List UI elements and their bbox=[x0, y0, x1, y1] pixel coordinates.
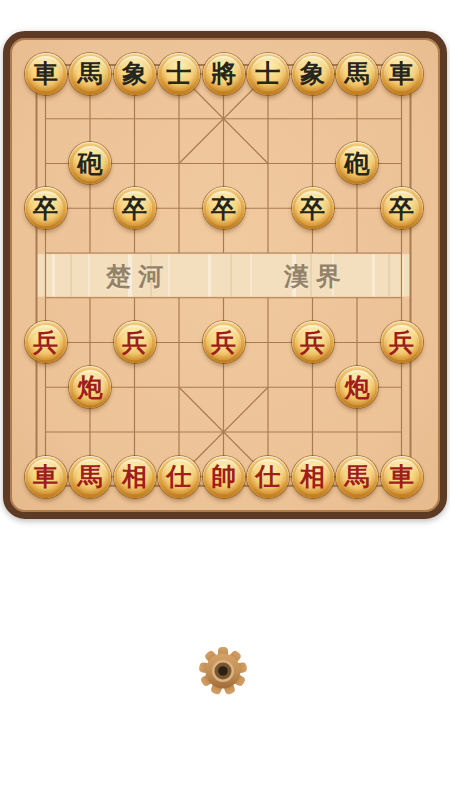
xiangqi-board[interactable]: 楚河 漢界 車馬象士將士象馬車砲砲卒卒卒卒卒兵兵兵兵兵炮炮車馬相仕帥仕相馬車 bbox=[3, 31, 447, 519]
piece-glyph: 象 bbox=[300, 61, 325, 86]
piece-red-chariot[interactable]: 車 bbox=[381, 456, 423, 498]
piece-glyph: 帥 bbox=[211, 464, 236, 489]
piece-black-soldier[interactable]: 卒 bbox=[381, 187, 423, 229]
piece-black-elephant[interactable]: 象 bbox=[292, 53, 334, 95]
piece-black-horse[interactable]: 馬 bbox=[69, 53, 111, 95]
piece-glyph: 砲 bbox=[78, 151, 103, 176]
piece-glyph: 士 bbox=[256, 61, 281, 86]
piece-black-soldier[interactable]: 卒 bbox=[203, 187, 245, 229]
piece-red-elephant[interactable]: 相 bbox=[292, 456, 334, 498]
piece-black-soldier[interactable]: 卒 bbox=[25, 187, 67, 229]
piece-black-soldier[interactable]: 卒 bbox=[114, 187, 156, 229]
piece-black-horse[interactable]: 馬 bbox=[336, 53, 378, 95]
piece-black-general[interactable]: 將 bbox=[203, 53, 245, 95]
piece-black-chariot[interactable]: 車 bbox=[381, 53, 423, 95]
piece-red-general[interactable]: 帥 bbox=[203, 456, 245, 498]
piece-glyph: 車 bbox=[389, 61, 414, 86]
piece-glyph: 相 bbox=[122, 464, 147, 489]
app-background: { "game": "Xiangqi (Chinese Chess)", "po… bbox=[0, 0, 450, 800]
piece-red-horse[interactable]: 馬 bbox=[69, 456, 111, 498]
piece-glyph: 車 bbox=[33, 61, 58, 86]
piece-glyph: 兵 bbox=[122, 330, 147, 355]
piece-black-advisor[interactable]: 士 bbox=[158, 53, 200, 95]
piece-glyph: 兵 bbox=[211, 330, 236, 355]
piece-red-chariot[interactable]: 車 bbox=[25, 456, 67, 498]
piece-black-cannon[interactable]: 砲 bbox=[336, 142, 378, 184]
piece-black-elephant[interactable]: 象 bbox=[114, 53, 156, 95]
piece-red-cannon[interactable]: 炮 bbox=[336, 366, 378, 408]
piece-red-advisor[interactable]: 仕 bbox=[158, 456, 200, 498]
piece-glyph: 卒 bbox=[211, 196, 236, 221]
piece-glyph: 砲 bbox=[345, 151, 370, 176]
piece-red-soldier[interactable]: 兵 bbox=[381, 321, 423, 363]
gear-hub bbox=[206, 654, 241, 689]
piece-glyph: 馬 bbox=[345, 464, 370, 489]
piece-red-soldier[interactable]: 兵 bbox=[292, 321, 334, 363]
piece-glyph: 仕 bbox=[256, 464, 281, 489]
pieces-layer: 車馬象士將士象馬車砲砲卒卒卒卒卒兵兵兵兵兵炮炮車馬相仕帥仕相馬車 bbox=[23, 52, 424, 500]
piece-glyph: 炮 bbox=[78, 375, 103, 400]
piece-red-soldier[interactable]: 兵 bbox=[203, 321, 245, 363]
piece-red-elephant[interactable]: 相 bbox=[114, 456, 156, 498]
piece-red-horse[interactable]: 馬 bbox=[336, 456, 378, 498]
piece-glyph: 卒 bbox=[122, 196, 147, 221]
piece-glyph: 仕 bbox=[167, 464, 192, 489]
piece-black-cannon[interactable]: 砲 bbox=[69, 142, 111, 184]
piece-glyph: 馬 bbox=[78, 61, 103, 86]
settings-gear-icon[interactable] bbox=[197, 645, 249, 697]
piece-glyph: 卒 bbox=[300, 196, 325, 221]
piece-red-cannon[interactable]: 炮 bbox=[69, 366, 111, 408]
piece-red-advisor[interactable]: 仕 bbox=[247, 456, 289, 498]
piece-glyph: 將 bbox=[211, 61, 236, 86]
piece-glyph: 兵 bbox=[300, 330, 325, 355]
piece-black-chariot[interactable]: 車 bbox=[25, 53, 67, 95]
piece-glyph: 卒 bbox=[389, 196, 414, 221]
piece-glyph: 卒 bbox=[33, 196, 58, 221]
piece-glyph: 士 bbox=[167, 61, 192, 86]
piece-glyph: 相 bbox=[300, 464, 325, 489]
piece-glyph: 兵 bbox=[389, 330, 414, 355]
piece-glyph: 馬 bbox=[78, 464, 103, 489]
piece-glyph: 車 bbox=[389, 464, 414, 489]
piece-glyph: 馬 bbox=[345, 61, 370, 86]
piece-glyph: 象 bbox=[122, 61, 147, 86]
piece-glyph: 兵 bbox=[33, 330, 58, 355]
piece-black-soldier[interactable]: 卒 bbox=[292, 187, 334, 229]
piece-glyph: 車 bbox=[33, 464, 58, 489]
piece-red-soldier[interactable]: 兵 bbox=[114, 321, 156, 363]
piece-black-advisor[interactable]: 士 bbox=[247, 53, 289, 95]
piece-red-soldier[interactable]: 兵 bbox=[25, 321, 67, 363]
piece-glyph: 炮 bbox=[345, 375, 370, 400]
